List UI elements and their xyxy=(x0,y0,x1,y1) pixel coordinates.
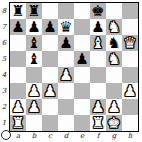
square-f4[interactable] xyxy=(90,67,106,83)
square-c3[interactable]: ♟ xyxy=(42,83,58,99)
square-g2[interactable]: ♟ xyxy=(106,99,122,115)
piece-black-pawn[interactable]: ♟ xyxy=(27,19,40,35)
square-b3[interactable]: ♟ xyxy=(26,83,42,99)
square-f1[interactable]: ♜ xyxy=(90,115,106,131)
piece-white-rook[interactable]: ♜ xyxy=(91,115,104,131)
square-d7[interactable]: ♛ xyxy=(58,19,74,35)
square-d5[interactable] xyxy=(58,51,74,67)
square-c2[interactable] xyxy=(42,99,58,115)
square-g3[interactable] xyxy=(106,83,122,99)
square-c5[interactable] xyxy=(42,51,58,67)
square-b5[interactable]: ♝ xyxy=(26,51,42,67)
square-d3[interactable] xyxy=(58,83,74,99)
piece-white-pawn[interactable]: ♟ xyxy=(123,83,136,99)
piece-black-pawn[interactable]: ♟ xyxy=(75,51,88,67)
piece-white-pawn[interactable]: ♟ xyxy=(43,83,56,99)
piece-black-king[interactable]: ♚ xyxy=(91,3,104,19)
square-h2[interactable] xyxy=(122,99,138,115)
square-e5[interactable]: ♟ xyxy=(74,51,90,67)
piece-white-pawn[interactable]: ♟ xyxy=(27,83,40,99)
square-a4[interactable] xyxy=(10,67,26,83)
file-label-b: b xyxy=(26,131,42,141)
square-c1[interactable] xyxy=(42,115,58,131)
piece-black-pawn[interactable]: ♟ xyxy=(11,19,24,35)
square-c8[interactable] xyxy=(42,3,58,19)
piece-white-knight[interactable]: ♞ xyxy=(107,51,120,67)
square-e8[interactable] xyxy=(74,3,90,19)
piece-white-knight[interactable]: ♞ xyxy=(107,19,120,35)
file-label-f: f xyxy=(90,131,106,141)
rank-label-3: 3 xyxy=(0,83,8,99)
piece-black-bishop[interactable]: ♝ xyxy=(27,51,40,67)
square-b4[interactable] xyxy=(26,67,42,83)
piece-black-knight[interactable]: ♞ xyxy=(107,35,120,51)
file-label-g: g xyxy=(106,131,122,141)
square-a6[interactable] xyxy=(10,35,26,51)
piece-white-pawn[interactable]: ♟ xyxy=(107,99,120,115)
square-e7[interactable] xyxy=(74,19,90,35)
file-label-a: a xyxy=(10,131,26,141)
square-h1[interactable] xyxy=(122,115,138,131)
square-e3[interactable] xyxy=(74,83,90,99)
square-h6[interactable]: ♛ xyxy=(122,35,138,51)
square-a1[interactable]: ♜ xyxy=(10,115,26,131)
piece-white-pawn[interactable]: ♟ xyxy=(59,67,72,83)
square-h4[interactable] xyxy=(122,67,138,83)
square-f6[interactable]: ♝ xyxy=(90,35,106,51)
rank-label-6: 6 xyxy=(0,35,8,51)
piece-white-pawn[interactable]: ♟ xyxy=(27,99,40,115)
square-d4[interactable]: ♟ xyxy=(58,67,74,83)
piece-black-pawn[interactable]: ♟ xyxy=(43,19,56,35)
white-to-move-indicator xyxy=(1,130,11,140)
square-e6[interactable] xyxy=(74,35,90,51)
square-d1[interactable] xyxy=(58,115,74,131)
square-c4[interactable] xyxy=(42,67,58,83)
rank-label-1: 1 xyxy=(0,115,8,131)
square-g8[interactable] xyxy=(106,3,122,19)
file-label-c: c xyxy=(42,131,58,141)
piece-white-pawn[interactable]: ♟ xyxy=(11,99,24,115)
square-f8[interactable]: ♚ xyxy=(90,3,106,19)
square-b7[interactable]: ♟ xyxy=(26,19,42,35)
piece-black-rook[interactable]: ♜ xyxy=(11,3,24,19)
square-g5[interactable]: ♞ xyxy=(106,51,122,67)
piece-white-queen[interactable]: ♛ xyxy=(123,35,136,51)
piece-white-bishop[interactable]: ♝ xyxy=(91,35,104,51)
square-f2[interactable]: ♟ xyxy=(90,99,106,115)
square-d2[interactable] xyxy=(58,99,74,115)
piece-white-rook[interactable]: ♜ xyxy=(11,115,24,131)
square-d8[interactable] xyxy=(58,3,74,19)
piece-black-rook[interactable]: ♜ xyxy=(27,3,40,19)
square-a8[interactable]: ♜ xyxy=(10,3,26,19)
piece-white-king[interactable]: ♚ xyxy=(107,115,120,131)
square-e2[interactable] xyxy=(74,99,90,115)
square-a5[interactable] xyxy=(10,51,26,67)
square-e1[interactable] xyxy=(74,115,90,131)
rank-label-7: 7 xyxy=(0,19,8,35)
square-b8[interactable]: ♜ xyxy=(26,3,42,19)
file-label-h: h xyxy=(122,131,138,141)
square-b6[interactable]: ♝ xyxy=(26,35,42,51)
board: ♜♜♚♟♟♟♛♟♞♝♟♝♞♛♝♟♞♟♟♟♟♟♟♟♟♜♜♚ xyxy=(9,2,139,132)
square-a3[interactable] xyxy=(10,83,26,99)
rank-label-4: 4 xyxy=(0,67,8,83)
piece-black-pawn[interactable]: ♟ xyxy=(91,19,104,35)
piece-white-pawn[interactable]: ♟ xyxy=(91,99,104,115)
square-g7[interactable]: ♞ xyxy=(106,19,122,35)
square-h5[interactable] xyxy=(122,51,138,67)
square-h7[interactable] xyxy=(122,19,138,35)
square-a2[interactable]: ♟ xyxy=(10,99,26,115)
rank-label-8: 8 xyxy=(0,3,8,19)
square-g4[interactable] xyxy=(106,67,122,83)
square-f3[interactable] xyxy=(90,83,106,99)
square-h8[interactable] xyxy=(122,3,138,19)
square-c6[interactable] xyxy=(42,35,58,51)
file-label-e: e xyxy=(74,131,90,141)
chess-diagram: ♜♜♚♟♟♟♛♟♞♝♟♝♞♛♝♟♞♟♟♟♟♟♟♟♟♜♜♚ 87654321 ab… xyxy=(0,0,142,142)
square-b2[interactable]: ♟ xyxy=(26,99,42,115)
rank-label-2: 2 xyxy=(0,99,8,115)
piece-black-queen[interactable]: ♛ xyxy=(59,19,72,35)
square-g6[interactable]: ♞ xyxy=(106,35,122,51)
piece-black-bishop[interactable]: ♝ xyxy=(27,35,40,51)
square-f5[interactable] xyxy=(90,51,106,67)
square-f7[interactable]: ♟ xyxy=(90,19,106,35)
piece-black-pawn[interactable]: ♟ xyxy=(59,35,72,51)
square-e4[interactable] xyxy=(74,67,90,83)
square-g1[interactable]: ♚ xyxy=(106,115,122,131)
rank-label-5: 5 xyxy=(0,51,8,67)
square-b1[interactable] xyxy=(26,115,42,131)
file-label-d: d xyxy=(58,131,74,141)
square-a7[interactable]: ♟ xyxy=(10,19,26,35)
square-d6[interactable]: ♟ xyxy=(58,35,74,51)
square-h3[interactable]: ♟ xyxy=(122,83,138,99)
square-c7[interactable]: ♟ xyxy=(42,19,58,35)
